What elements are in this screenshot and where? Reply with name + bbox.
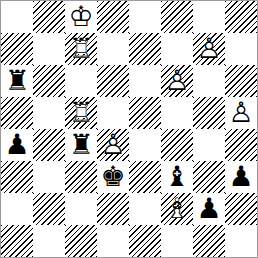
square-b2 — [33, 193, 65, 225]
square-e4 — [129, 129, 161, 161]
square-e3 — [129, 161, 161, 193]
square-h7 — [225, 33, 257, 65]
square-b3 — [33, 161, 65, 193]
square-f3: ♝ — [161, 161, 193, 193]
square-c2 — [65, 193, 97, 225]
square-c1 — [65, 225, 97, 257]
square-e2 — [129, 193, 161, 225]
square-d5 — [97, 97, 129, 129]
square-b5 — [33, 97, 65, 129]
piece-white-pawn-f6: ♟♙ — [161, 65, 193, 97]
square-b8 — [33, 1, 65, 33]
square-h4 — [225, 129, 257, 161]
black-rook-icon: ♜ — [1, 65, 33, 97]
square-a8 — [1, 1, 33, 33]
square-a5 — [1, 97, 33, 129]
square-h8 — [225, 1, 257, 33]
square-b6 — [33, 65, 65, 97]
square-e1 — [129, 225, 161, 257]
chess-diagram: ♚♔♜♖♟♙♜♟♙♜♖♟♙♟♜♟♙♚♝♟♝♗♟ — [0, 0, 258, 258]
square-d3: ♚ — [97, 161, 129, 193]
piece-white-king-c8: ♚♔ — [65, 1, 97, 33]
square-c8: ♚♔ — [65, 1, 97, 33]
square-a1 — [1, 225, 33, 257]
square-b4 — [33, 129, 65, 161]
square-c7: ♜♖ — [65, 33, 97, 65]
square-f1 — [161, 225, 193, 257]
square-e6 — [129, 65, 161, 97]
black-bishop-icon: ♝ — [161, 161, 193, 193]
white-rook-icon: ♖ — [65, 97, 97, 129]
square-g3 — [193, 161, 225, 193]
piece-black-pawn-a4: ♟ — [1, 129, 33, 161]
square-g4 — [193, 129, 225, 161]
square-e8 — [129, 1, 161, 33]
square-f2: ♝♗ — [161, 193, 193, 225]
square-f7 — [161, 33, 193, 65]
black-pawn-icon: ♟ — [193, 193, 225, 225]
square-f8 — [161, 1, 193, 33]
square-a6: ♜ — [1, 65, 33, 97]
piece-white-pawn-h5: ♟♙ — [225, 97, 257, 129]
square-a7 — [1, 33, 33, 65]
square-e7 — [129, 33, 161, 65]
square-f5 — [161, 97, 193, 129]
white-rook-icon: ♖ — [65, 33, 97, 65]
square-d6 — [97, 65, 129, 97]
square-d4: ♟♙ — [97, 129, 129, 161]
square-d1 — [97, 225, 129, 257]
square-h2 — [225, 193, 257, 225]
square-g5 — [193, 97, 225, 129]
square-b1 — [33, 225, 65, 257]
square-g1 — [193, 225, 225, 257]
piece-white-rook-c5: ♜♖ — [65, 97, 97, 129]
square-h6 — [225, 65, 257, 97]
square-h5: ♟♙ — [225, 97, 257, 129]
piece-white-rook-c7: ♜♖ — [65, 33, 97, 65]
black-king-icon: ♚ — [97, 161, 129, 193]
black-rook-icon: ♜ — [65, 129, 97, 161]
piece-black-rook-a6: ♜ — [1, 65, 33, 97]
square-c3 — [65, 161, 97, 193]
white-pawn-icon: ♙ — [97, 129, 129, 161]
piece-black-rook-c4: ♜ — [65, 129, 97, 161]
square-a3 — [1, 161, 33, 193]
piece-black-king-d3: ♚ — [97, 161, 129, 193]
square-a2 — [1, 193, 33, 225]
piece-white-bishop-f2: ♝♗ — [161, 193, 193, 225]
square-c4: ♜ — [65, 129, 97, 161]
piece-white-pawn-d4: ♟♙ — [97, 129, 129, 161]
square-h3: ♟ — [225, 161, 257, 193]
white-pawn-icon: ♙ — [193, 33, 225, 65]
white-king-icon: ♔ — [65, 1, 97, 33]
black-pawn-icon: ♟ — [1, 129, 33, 161]
square-g6 — [193, 65, 225, 97]
chess-board: ♚♔♜♖♟♙♜♟♙♜♖♟♙♟♜♟♙♚♝♟♝♗♟ — [1, 1, 257, 257]
square-f6: ♟♙ — [161, 65, 193, 97]
square-a4: ♟ — [1, 129, 33, 161]
square-b7 — [33, 33, 65, 65]
square-e5 — [129, 97, 161, 129]
square-h1 — [225, 225, 257, 257]
square-c6 — [65, 65, 97, 97]
square-c5: ♜♖ — [65, 97, 97, 129]
black-pawn-icon: ♟ — [225, 161, 257, 193]
square-g7: ♟♙ — [193, 33, 225, 65]
square-d7 — [97, 33, 129, 65]
square-d2 — [97, 193, 129, 225]
square-f4 — [161, 129, 193, 161]
square-g8 — [193, 1, 225, 33]
white-bishop-icon: ♗ — [161, 193, 193, 225]
square-d8 — [97, 1, 129, 33]
piece-black-pawn-h3: ♟ — [225, 161, 257, 193]
white-pawn-icon: ♙ — [161, 65, 193, 97]
piece-black-pawn-g2: ♟ — [193, 193, 225, 225]
piece-white-pawn-g7: ♟♙ — [193, 33, 225, 65]
piece-black-bishop-f3: ♝ — [161, 161, 193, 193]
white-pawn-icon: ♙ — [225, 97, 257, 129]
square-g2: ♟ — [193, 193, 225, 225]
